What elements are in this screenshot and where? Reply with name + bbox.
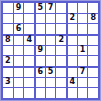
cell-r9c4[interactable] xyxy=(35,88,45,98)
cell-r6c6[interactable] xyxy=(56,56,66,66)
cell-r3c7[interactable] xyxy=(67,24,77,34)
cell-r3c4[interactable] xyxy=(35,24,45,34)
cell-r4c2[interactable] xyxy=(14,35,24,45)
cell-r7c4[interactable]: 6 xyxy=(35,67,45,77)
cell-r1c5[interactable]: 7 xyxy=(46,3,56,13)
cell-r4c1[interactable]: 8 xyxy=(3,35,13,45)
cell-r2c3[interactable] xyxy=(24,14,34,24)
cell-r1c7[interactable] xyxy=(67,3,77,13)
cell-r4c7[interactable] xyxy=(67,35,77,45)
cell-r4c3[interactable]: 4 xyxy=(24,35,34,45)
cell-r8c8[interactable] xyxy=(78,78,88,88)
cell-r8c2[interactable] xyxy=(14,78,24,88)
cell-r2c5[interactable] xyxy=(46,14,56,24)
cell-r8c3[interactable] xyxy=(24,78,34,88)
cell-r1c6[interactable] xyxy=(56,3,66,13)
cell-r1c9[interactable] xyxy=(88,3,98,13)
cell-r1c4[interactable]: 5 xyxy=(35,3,45,13)
cell-r5c2[interactable] xyxy=(14,46,24,56)
cell-r9c3[interactable] xyxy=(24,88,34,98)
cell-r5c7[interactable] xyxy=(67,46,77,56)
cell-r8c6[interactable] xyxy=(56,78,66,88)
cell-r7c5[interactable]: 5 xyxy=(46,67,56,77)
cell-r3c5[interactable] xyxy=(46,24,56,34)
cell-r2c1[interactable] xyxy=(3,14,13,24)
cell-r1c8[interactable] xyxy=(78,3,88,13)
cell-r5c3[interactable] xyxy=(24,46,34,56)
cell-r9c1[interactable] xyxy=(3,88,13,98)
cell-r6c7[interactable] xyxy=(67,56,77,66)
cell-r5c9[interactable] xyxy=(88,46,98,56)
cell-r6c1[interactable]: 2 xyxy=(3,56,13,66)
cell-r3c2[interactable]: 6 xyxy=(14,24,24,34)
cell-r9c2[interactable] xyxy=(14,88,24,98)
cell-r5c1[interactable] xyxy=(3,46,13,56)
cell-r1c1[interactable] xyxy=(3,3,13,13)
cell-r2c9[interactable]: 8 xyxy=(88,14,98,24)
cell-r5c6[interactable] xyxy=(56,46,66,56)
cell-r1c2[interactable]: 9 xyxy=(14,3,24,13)
cell-r3c6[interactable] xyxy=(56,24,66,34)
cell-r6c4[interactable] xyxy=(35,56,45,66)
cell-r9c9[interactable] xyxy=(88,88,98,98)
cell-r6c9[interactable] xyxy=(88,56,98,66)
sudoku-board: 95728684291265734 xyxy=(0,0,101,101)
cell-r7c3[interactable] xyxy=(24,67,34,77)
cell-r3c1[interactable] xyxy=(3,24,13,34)
cell-r2c6[interactable] xyxy=(56,14,66,24)
cell-r7c6[interactable] xyxy=(56,67,66,77)
cell-r7c1[interactable] xyxy=(3,67,13,77)
sudoku-app: 95728684291265734 xyxy=(0,0,101,101)
cell-r6c3[interactable] xyxy=(24,56,34,66)
cell-r7c2[interactable] xyxy=(14,67,24,77)
cell-r9c5[interactable] xyxy=(46,88,56,98)
cell-r6c8[interactable] xyxy=(78,56,88,66)
cell-r4c5[interactable] xyxy=(46,35,56,45)
cell-r3c9[interactable] xyxy=(88,24,98,34)
cell-r5c8[interactable]: 1 xyxy=(78,46,88,56)
cell-r3c8[interactable] xyxy=(78,24,88,34)
cell-r7c8[interactable]: 7 xyxy=(78,67,88,77)
cell-r9c7[interactable] xyxy=(67,88,77,98)
cell-r2c2[interactable] xyxy=(14,14,24,24)
cell-r8c4[interactable] xyxy=(35,78,45,88)
cell-r8c5[interactable] xyxy=(46,78,56,88)
cell-r1c3[interactable] xyxy=(24,3,34,13)
cell-r6c5[interactable] xyxy=(46,56,56,66)
cell-r2c7[interactable]: 2 xyxy=(67,14,77,24)
cell-r2c8[interactable] xyxy=(78,14,88,24)
cell-r7c9[interactable] xyxy=(88,67,98,77)
cell-r4c9[interactable] xyxy=(88,35,98,45)
cell-r4c8[interactable] xyxy=(78,35,88,45)
cell-r4c6[interactable]: 2 xyxy=(56,35,66,45)
cell-r8c1[interactable]: 3 xyxy=(3,78,13,88)
cell-r9c8[interactable] xyxy=(78,88,88,98)
cell-r4c4[interactable] xyxy=(35,35,45,45)
cell-r7c7[interactable] xyxy=(67,67,77,77)
cell-r5c4[interactable]: 9 xyxy=(35,46,45,56)
cell-r6c2[interactable] xyxy=(14,56,24,66)
cell-r2c4[interactable] xyxy=(35,14,45,24)
cell-r9c6[interactable] xyxy=(56,88,66,98)
cell-r8c7[interactable]: 4 xyxy=(67,78,77,88)
cell-r3c3[interactable] xyxy=(24,24,34,34)
cell-r8c9[interactable] xyxy=(88,78,98,88)
cell-r5c5[interactable] xyxy=(46,46,56,56)
